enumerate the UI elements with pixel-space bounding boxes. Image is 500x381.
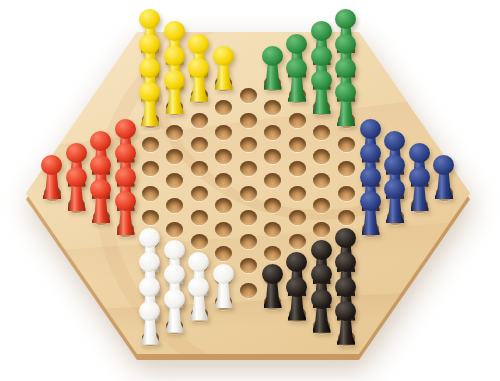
peg-head — [139, 58, 160, 78]
peg-head — [164, 240, 185, 260]
peg-head — [286, 58, 307, 78]
peg-head — [188, 252, 209, 272]
peg-body — [190, 294, 208, 321]
board-hole[interactable] — [191, 137, 208, 152]
peg-green[interactable] — [285, 58, 309, 102]
board-hole[interactable] — [313, 198, 330, 213]
peg-head — [433, 155, 454, 175]
board-hole[interactable] — [191, 161, 208, 176]
peg-body — [117, 208, 135, 235]
peg-head — [335, 34, 356, 54]
peg-head — [139, 228, 160, 248]
peg-head — [262, 46, 283, 66]
board-hole[interactable] — [264, 222, 281, 237]
board-hole[interactable] — [166, 173, 183, 188]
board-hole[interactable] — [166, 125, 183, 140]
peg-head — [164, 70, 185, 90]
peg-head — [311, 46, 332, 66]
peg-body — [411, 184, 429, 211]
peg-head — [360, 143, 381, 163]
peg-red[interactable] — [114, 191, 138, 235]
peg-green[interactable] — [334, 82, 358, 126]
peg-head — [311, 264, 332, 284]
board-hole[interactable] — [191, 210, 208, 225]
peg-head — [139, 82, 160, 102]
peg-body — [264, 63, 282, 90]
board-hole[interactable] — [313, 173, 330, 188]
peg-body — [215, 63, 233, 90]
board-hole[interactable] — [142, 210, 159, 225]
peg-head — [384, 131, 405, 151]
board-hole[interactable] — [142, 186, 159, 201]
board-hole[interactable] — [289, 210, 306, 225]
peg-head — [115, 167, 136, 187]
board-hole[interactable] — [215, 149, 232, 164]
board-hole[interactable] — [264, 149, 281, 164]
peg-white[interactable] — [187, 277, 211, 321]
board-hole[interactable] — [264, 246, 281, 261]
peg-head — [335, 301, 356, 321]
board-hole[interactable] — [240, 258, 257, 273]
peg-head — [311, 240, 332, 260]
peg-head — [188, 58, 209, 78]
board-hole[interactable] — [289, 113, 306, 128]
peg-red[interactable] — [89, 179, 113, 223]
chinese-checkers-photo — [0, 0, 500, 381]
peg-head — [90, 179, 111, 199]
board-hole[interactable] — [240, 186, 257, 201]
board-hole[interactable] — [338, 161, 355, 176]
peg-body — [264, 281, 282, 308]
peg-blue[interactable] — [408, 167, 432, 211]
board-hole[interactable] — [240, 210, 257, 225]
board-hole[interactable] — [264, 125, 281, 140]
peg-body — [43, 172, 61, 199]
peg-head — [66, 143, 87, 163]
peg-green[interactable] — [310, 70, 334, 114]
peg-white[interactable] — [138, 301, 162, 345]
peg-body — [166, 87, 184, 114]
peg-body — [386, 196, 404, 223]
peg-green[interactable] — [261, 46, 285, 90]
board-hole[interactable] — [240, 283, 257, 298]
peg-head — [164, 289, 185, 309]
peg-yellow[interactable] — [163, 70, 187, 114]
peg-head — [115, 119, 136, 139]
peg-head — [335, 58, 356, 78]
peg-head — [139, 9, 160, 29]
board-hole[interactable] — [215, 246, 232, 261]
board-hole[interactable] — [215, 198, 232, 213]
peg-head — [139, 252, 160, 272]
board-hole[interactable] — [215, 222, 232, 237]
peg-body — [313, 306, 331, 333]
peg-white[interactable] — [212, 264, 236, 308]
peg-head — [41, 155, 62, 175]
board-hole[interactable] — [338, 186, 355, 201]
peg-head — [213, 46, 234, 66]
peg-head — [335, 228, 356, 248]
board-hole[interactable] — [313, 125, 330, 140]
board-hole[interactable] — [313, 149, 330, 164]
board-hole[interactable] — [215, 173, 232, 188]
board-hole[interactable] — [240, 161, 257, 176]
peg-head — [384, 155, 405, 175]
peg-black[interactable] — [334, 301, 358, 345]
peg-yellow[interactable] — [212, 46, 236, 90]
peg-yellow[interactable] — [138, 82, 162, 126]
peg-head — [164, 264, 185, 284]
board-hole[interactable] — [264, 100, 281, 115]
peg-head — [335, 9, 356, 29]
board-hole[interactable] — [289, 234, 306, 249]
peg-head — [286, 252, 307, 272]
board-hole[interactable] — [338, 210, 355, 225]
peg-blue[interactable] — [359, 191, 383, 235]
peg-head — [188, 34, 209, 54]
board-hole[interactable] — [338, 137, 355, 152]
peg-body — [362, 208, 380, 235]
board-hole[interactable] — [289, 137, 306, 152]
peg-head — [409, 167, 430, 187]
board-hole[interactable] — [289, 186, 306, 201]
peg-black[interactable] — [310, 289, 334, 333]
board-hole[interactable] — [264, 198, 281, 213]
peg-blue[interactable] — [432, 155, 456, 199]
peg-head — [311, 21, 332, 41]
peg-body — [288, 75, 306, 102]
board-hole[interactable] — [142, 161, 159, 176]
peg-black[interactable] — [285, 277, 309, 321]
peg-body — [68, 184, 86, 211]
wood-grain-streak — [0, 216, 500, 290]
peg-head — [335, 277, 356, 297]
peg-body — [92, 196, 110, 223]
peg-red[interactable] — [40, 155, 64, 199]
peg-body — [141, 318, 159, 345]
peg-head — [115, 191, 136, 211]
peg-yellow[interactable] — [187, 58, 211, 102]
board-hole[interactable] — [289, 161, 306, 176]
peg-head — [90, 155, 111, 175]
peg-head — [164, 46, 185, 66]
board-hole[interactable] — [264, 173, 281, 188]
peg-head — [66, 167, 87, 187]
board-hole[interactable] — [166, 149, 183, 164]
peg-white[interactable] — [163, 289, 187, 333]
peg-head — [139, 301, 160, 321]
peg-head — [409, 143, 430, 163]
peg-head — [360, 191, 381, 211]
board-hole[interactable] — [166, 198, 183, 213]
board-hole[interactable] — [191, 113, 208, 128]
board-hole[interactable] — [142, 137, 159, 152]
peg-body — [166, 306, 184, 333]
board-hole[interactable] — [191, 186, 208, 201]
peg-head — [139, 34, 160, 54]
board-hole[interactable] — [191, 234, 208, 249]
peg-body — [313, 87, 331, 114]
board-hole[interactable] — [240, 88, 257, 103]
peg-body — [288, 294, 306, 321]
board-hole[interactable] — [215, 100, 232, 115]
peg-body — [215, 281, 233, 308]
peg-head — [360, 167, 381, 187]
board-hole[interactable] — [313, 222, 330, 237]
peg-head — [115, 143, 136, 163]
peg-body — [337, 318, 355, 345]
peg-head — [139, 277, 160, 297]
peg-head — [311, 70, 332, 90]
peg-head — [262, 264, 283, 284]
board-hole[interactable] — [240, 137, 257, 152]
board-hole[interactable] — [166, 222, 183, 237]
peg-head — [286, 277, 307, 297]
peg-head — [384, 179, 405, 199]
peg-red[interactable] — [65, 167, 89, 211]
peg-black[interactable] — [261, 264, 285, 308]
peg-blue[interactable] — [383, 179, 407, 223]
board-hole[interactable] — [240, 234, 257, 249]
peg-body — [435, 172, 453, 199]
peg-head — [188, 277, 209, 297]
peg-head — [164, 21, 185, 41]
peg-head — [90, 131, 111, 151]
peg-head — [360, 119, 381, 139]
peg-body — [337, 99, 355, 126]
peg-head — [311, 289, 332, 309]
peg-body — [190, 75, 208, 102]
peg-head — [213, 264, 234, 284]
board-hole[interactable] — [240, 113, 257, 128]
peg-head — [335, 82, 356, 102]
peg-head — [286, 34, 307, 54]
peg-body — [141, 99, 159, 126]
board-hole[interactable] — [215, 125, 232, 140]
peg-head — [335, 252, 356, 272]
